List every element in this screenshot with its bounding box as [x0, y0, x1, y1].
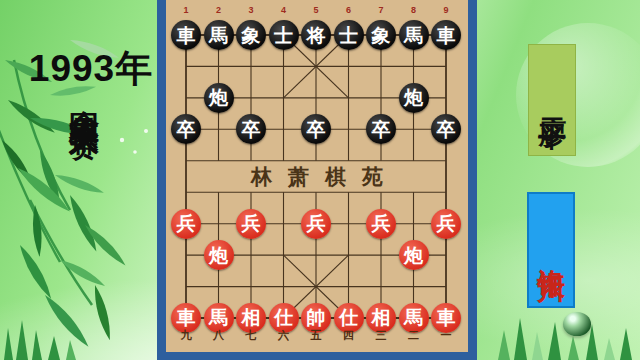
board-point	[170, 51, 203, 82]
board-point: 兵	[235, 208, 268, 239]
board-point	[267, 271, 300, 302]
name-plate-red-player: 许银川	[527, 192, 575, 308]
piece-black: 車	[431, 20, 461, 50]
board-point	[430, 176, 463, 207]
piece-black: 卒	[171, 114, 201, 144]
board-point: 馬	[202, 19, 235, 50]
board-point	[430, 82, 463, 113]
file-label-top: 4	[267, 5, 300, 15]
board-point	[235, 239, 268, 270]
piece-red: 兵	[431, 209, 461, 239]
board-point	[397, 271, 430, 302]
board-point	[300, 176, 333, 207]
board-point	[267, 114, 300, 145]
board-point: 兵	[430, 208, 463, 239]
piece-red: 兵	[301, 209, 331, 239]
piece-black: 卒	[301, 114, 331, 144]
board-point	[332, 176, 365, 207]
board-point	[365, 176, 398, 207]
board-point	[365, 145, 398, 176]
board-point	[365, 239, 398, 270]
board-point	[202, 208, 235, 239]
board-point	[332, 239, 365, 270]
board-point	[235, 82, 268, 113]
piece-black: 士	[269, 20, 299, 50]
board-point: 士	[267, 19, 300, 50]
board-point	[397, 51, 430, 82]
file-label-top: 2	[202, 5, 235, 15]
board-point	[397, 114, 430, 145]
file-label-bottom: 二	[397, 328, 430, 343]
board-points-grid: 車馬象士将士象馬車炮炮卒卒卒卒卒兵兵兵兵兵炮炮車馬相仕帥仕相馬車	[170, 19, 463, 333]
file-label-bottom: 五	[300, 328, 333, 343]
event-name-title: 全国象棋个人赛	[68, 86, 101, 107]
board-point	[300, 239, 333, 270]
board-point: 卒	[235, 114, 268, 145]
board-point	[267, 51, 300, 82]
file-label-bottom: 四	[332, 328, 365, 343]
board-point	[170, 239, 203, 270]
board-point	[170, 271, 203, 302]
piece-black: 卒	[431, 114, 461, 144]
board-point: 象	[235, 19, 268, 50]
board-point	[170, 176, 203, 207]
piece-black: 馬	[204, 20, 234, 50]
board-point	[235, 271, 268, 302]
name-plate-black-player: 廖二平	[528, 44, 576, 156]
board-point	[300, 145, 333, 176]
board-point	[397, 176, 430, 207]
board-point	[332, 208, 365, 239]
file-label-top: 3	[235, 5, 268, 15]
board-point	[202, 145, 235, 176]
board-point: 象	[365, 19, 398, 50]
board-point: 兵	[170, 208, 203, 239]
board-point	[202, 271, 235, 302]
board-point	[202, 51, 235, 82]
file-label-bottom: 七	[235, 328, 268, 343]
file-label-top: 7	[365, 5, 398, 15]
board-point: 兵	[365, 208, 398, 239]
piece-black: 炮	[204, 83, 234, 113]
board-point: 炮	[202, 239, 235, 270]
board-point	[332, 82, 365, 113]
piece-black: 象	[366, 20, 396, 50]
board-point: 兵	[300, 208, 333, 239]
piece-red: 兵	[366, 209, 396, 239]
board-point: 卒	[300, 114, 333, 145]
video-frame: 1993年 全国象棋个人赛 123456789 林萧棋苑 車馬象士将士象馬車炮炮…	[0, 0, 640, 360]
piece-black: 車	[171, 20, 201, 50]
file-label-top: 8	[397, 5, 430, 15]
board-point	[300, 51, 333, 82]
piece-black: 象	[236, 20, 266, 50]
board-point: 車	[170, 19, 203, 50]
board-point	[430, 239, 463, 270]
piece-black: 卒	[236, 114, 266, 144]
piece-black: 馬	[399, 20, 429, 50]
board-point: 卒	[365, 114, 398, 145]
file-label-top: 9	[430, 5, 463, 15]
file-label-top: 6	[332, 5, 365, 15]
file-label-bottom: 三	[365, 328, 398, 343]
board-point	[332, 114, 365, 145]
board-point	[397, 208, 430, 239]
file-label-bottom: 九	[170, 328, 203, 343]
board-point: 炮	[202, 82, 235, 113]
black-player-name: 廖二平	[537, 94, 566, 106]
file-labels-bottom: 九八七六五四三二一	[170, 328, 463, 343]
board-point	[300, 271, 333, 302]
board-point: 将	[300, 19, 333, 50]
board-point	[235, 51, 268, 82]
piece-red: 炮	[204, 240, 234, 270]
piece-red: 炮	[399, 240, 429, 270]
board-point: 卒	[430, 114, 463, 145]
board-point	[365, 51, 398, 82]
board-point: 炮	[397, 239, 430, 270]
piece-black: 士	[334, 20, 364, 50]
file-label-top: 5	[300, 5, 333, 15]
board-point: 炮	[397, 82, 430, 113]
piece-black: 卒	[366, 114, 396, 144]
water-droplet	[563, 312, 591, 336]
board-point	[170, 145, 203, 176]
board-point: 馬	[397, 19, 430, 50]
piece-red: 兵	[236, 209, 266, 239]
board-point	[170, 82, 203, 113]
board-point	[332, 271, 365, 302]
piece-black: 炮	[399, 83, 429, 113]
piece-red: 兵	[171, 209, 201, 239]
board-point	[235, 145, 268, 176]
board-point	[235, 176, 268, 207]
board-point	[397, 145, 430, 176]
board-point	[267, 176, 300, 207]
board-point	[267, 239, 300, 270]
xiangqi-board: 123456789 林萧棋苑 車馬象士将士象馬車炮炮卒卒卒卒卒兵兵兵兵兵炮炮車馬…	[157, 0, 477, 360]
board-point	[365, 271, 398, 302]
board-point	[202, 114, 235, 145]
board-point	[430, 51, 463, 82]
red-player-name: 许银川	[536, 246, 565, 255]
board-point	[430, 271, 463, 302]
file-label-bottom: 八	[202, 328, 235, 343]
board-point	[267, 145, 300, 176]
board-point	[267, 208, 300, 239]
piece-black: 将	[301, 20, 331, 50]
board-point: 卒	[170, 114, 203, 145]
blossom-dots	[120, 129, 148, 154]
board-point: 士	[332, 19, 365, 50]
board-point	[202, 176, 235, 207]
board-point	[300, 82, 333, 113]
file-label-top: 1	[170, 5, 203, 15]
board-point	[430, 145, 463, 176]
board-point	[267, 82, 300, 113]
board-point	[332, 51, 365, 82]
board-point: 車	[430, 19, 463, 50]
board-point	[332, 145, 365, 176]
file-label-bottom: 一	[430, 328, 463, 343]
file-label-bottom: 六	[267, 328, 300, 343]
file-labels-top: 123456789	[170, 5, 463, 15]
board-point	[365, 82, 398, 113]
